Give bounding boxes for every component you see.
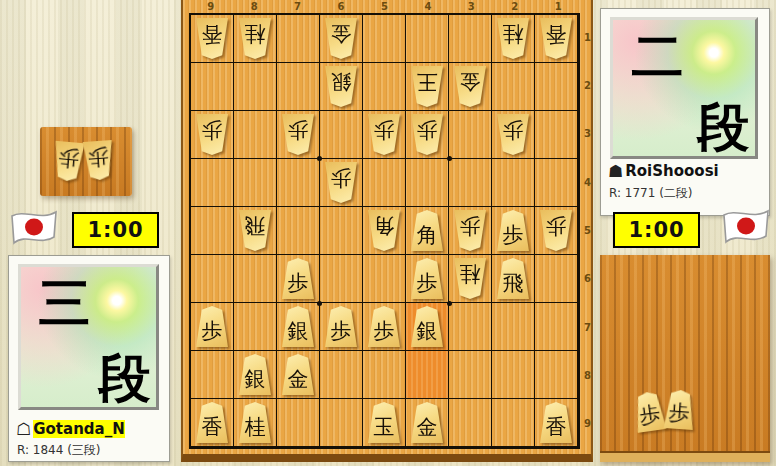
white-shogi-piece-icon: ☖ — [16, 419, 31, 439]
piece-sente-pawn[interactable]: 歩 — [410, 258, 444, 299]
piece-sente-pawn[interactable]: 歩 — [663, 389, 697, 430]
piece-gote-knight[interactable]: 桂 — [453, 258, 487, 299]
piece-sente-lance[interactable]: 香 — [539, 402, 573, 443]
piece-sente-gold[interactable]: 金 — [281, 354, 315, 395]
star-point — [447, 301, 452, 306]
square-4-1[interactable] — [406, 15, 449, 63]
square-6-7[interactable]: 歩 — [320, 303, 363, 351]
piece-gote-pawn[interactable]: 歩 — [82, 140, 116, 181]
square-6-3[interactable] — [320, 111, 363, 159]
square-2-8[interactable] — [492, 351, 535, 399]
square-2-2[interactable] — [492, 63, 535, 111]
square-8-6[interactable] — [234, 255, 277, 303]
square-2-1[interactable]: 桂 — [492, 15, 535, 63]
piece-sente-pawn[interactable]: 歩 — [496, 210, 530, 251]
square-4-7[interactable]: 銀 — [406, 303, 449, 351]
star-point — [317, 156, 322, 161]
piece-sente-gold[interactable]: 金 — [410, 402, 444, 443]
avatar-kanji: 段 — [697, 101, 749, 153]
square-1-7[interactable] — [535, 303, 578, 351]
square-3-3[interactable] — [449, 111, 492, 159]
square-4-8[interactable] — [406, 351, 449, 399]
top-player-clock: 1:00 — [613, 212, 700, 248]
board-grid: 香桂金桂香銀王金歩歩歩歩歩歩飛角角歩歩歩歩歩桂飛歩銀歩歩銀銀金香桂玉金香 — [189, 13, 580, 449]
square-6-2[interactable]: 銀 — [320, 63, 363, 111]
square-5-6[interactable] — [363, 255, 406, 303]
square-5-5[interactable]: 角 — [363, 207, 406, 255]
square-5-1[interactable] — [363, 15, 406, 63]
square-2-6[interactable]: 飛 — [492, 255, 535, 303]
piece-gote-pawn[interactable]: 歩 — [496, 114, 530, 155]
rank-label: 3 — [581, 110, 594, 158]
square-1-3[interactable] — [535, 111, 578, 159]
bottom-player-avatar: 三 段 — [18, 264, 159, 410]
square-8-8[interactable]: 銀 — [234, 351, 277, 399]
piece-gote-pawn[interactable]: 歩 — [367, 114, 401, 155]
square-3-6[interactable]: 桂 — [449, 255, 492, 303]
rank-label: 1 — [581, 13, 594, 61]
piece-sente-rook[interactable]: 飛 — [496, 258, 530, 299]
piece-sente-silver[interactable]: 銀 — [238, 354, 272, 395]
square-5-9[interactable]: 玉 — [363, 399, 406, 447]
rank-label: 6 — [581, 255, 594, 303]
piece-sente-knight[interactable]: 桂 — [238, 402, 272, 443]
piece-gote-knight[interactable]: 桂 — [496, 18, 530, 59]
square-4-3[interactable]: 歩 — [406, 111, 449, 159]
square-6-1[interactable]: 金 — [320, 15, 363, 63]
avatar-kanji: 段 — [99, 352, 151, 404]
square-3-8[interactable] — [449, 351, 492, 399]
piece-sente-silver[interactable]: 銀 — [281, 306, 315, 347]
rank-label: 9 — [581, 400, 594, 448]
file-label: 4 — [406, 0, 449, 13]
square-4-2[interactable]: 王 — [406, 63, 449, 111]
piece-sente-pawn[interactable]: 歩 — [367, 306, 401, 347]
square-9-6[interactable] — [191, 255, 234, 303]
square-6-4[interactable]: 歩 — [320, 159, 363, 207]
square-3-1[interactable] — [449, 15, 492, 63]
square-7-5[interactable] — [277, 207, 320, 255]
avatar-kanji: 三 — [39, 277, 91, 329]
piece-gote-bishop[interactable]: 角 — [367, 210, 401, 251]
piece-gote-rook[interactable]: 飛 — [238, 210, 272, 251]
rank-label: 5 — [581, 206, 594, 254]
square-4-6[interactable]: 歩 — [406, 255, 449, 303]
square-9-9[interactable]: 香 — [191, 399, 234, 447]
bottom-player-name: Gotanda_N — [33, 420, 125, 438]
file-label: 6 — [319, 0, 362, 13]
square-1-9[interactable]: 香 — [535, 399, 578, 447]
piece-gote-silver[interactable]: 銀 — [324, 66, 358, 107]
bottom-player-rating: R: 1844 (三段) — [17, 442, 101, 459]
square-2-7[interactable] — [492, 303, 535, 351]
file-labels: 987654321 — [189, 0, 580, 13]
square-2-5[interactable]: 歩 — [492, 207, 535, 255]
star-point — [317, 301, 322, 306]
piece-gote-pawn[interactable]: 歩 — [195, 114, 229, 155]
file-label: 9 — [189, 0, 232, 13]
square-6-9[interactable] — [320, 399, 363, 447]
square-9-7[interactable]: 歩 — [191, 303, 234, 351]
file-label: 2 — [493, 0, 536, 13]
top-player-name: RoiShooosi — [625, 162, 718, 180]
piece-gote-pawn[interactable]: 歩 — [324, 162, 358, 203]
top-player-card: 二 段 ☗ RoiShooosi R: 1771 (二段) — [600, 8, 770, 216]
square-9-3[interactable]: 歩 — [191, 111, 234, 159]
piece-sente-king[interactable]: 玉 — [367, 402, 401, 443]
piece-sente-bishop[interactable]: 角 — [410, 210, 444, 251]
square-5-3[interactable]: 歩 — [363, 111, 406, 159]
file-label: 8 — [232, 0, 275, 13]
square-8-9[interactable]: 桂 — [234, 399, 277, 447]
piece-gote-pawn[interactable]: 歩 — [539, 210, 573, 251]
square-9-4[interactable] — [191, 159, 234, 207]
square-7-4[interactable] — [277, 159, 320, 207]
piece-gote-pawn[interactable]: 歩 — [51, 141, 85, 183]
square-7-9[interactable] — [277, 399, 320, 447]
square-6-6[interactable] — [320, 255, 363, 303]
square-1-2[interactable] — [535, 63, 578, 111]
piece-gote-king[interactable]: 王 — [410, 66, 444, 107]
japan-flag-icon — [8, 207, 60, 251]
square-7-8[interactable]: 金 — [277, 351, 320, 399]
square-9-5[interactable] — [191, 207, 234, 255]
rank-label: 7 — [581, 303, 594, 351]
piece-gote-pawn[interactable]: 歩 — [281, 114, 315, 155]
square-9-1[interactable]: 香 — [191, 15, 234, 63]
piece-gote-gold[interactable]: 金 — [324, 18, 358, 59]
rank-label: 8 — [581, 351, 594, 399]
square-1-4[interactable] — [535, 159, 578, 207]
piece-sente-pawn[interactable]: 歩 — [324, 306, 358, 347]
piece-gote-lance[interactable]: 香 — [539, 18, 573, 59]
piece-gote-pawn[interactable]: 歩 — [410, 114, 444, 155]
rank-label: 2 — [581, 61, 594, 109]
square-1-6[interactable] — [535, 255, 578, 303]
square-6-8[interactable] — [320, 351, 363, 399]
rank-labels: 123456789 — [581, 13, 594, 448]
square-5-2[interactable] — [363, 63, 406, 111]
square-2-4[interactable] — [492, 159, 535, 207]
square-7-6[interactable]: 歩 — [277, 255, 320, 303]
square-4-4[interactable] — [406, 159, 449, 207]
bottom-player-clock: 1:00 — [72, 212, 159, 248]
piece-sente-pawn[interactable]: 歩 — [281, 258, 315, 299]
piece-gote-pawn[interactable]: 歩 — [453, 210, 487, 251]
bottom-player-nameline: ☖ Gotanda_N — [16, 419, 125, 439]
black-shogi-piece-icon: ☗ — [608, 161, 623, 181]
avatar-kanji: 二 — [631, 30, 683, 82]
square-7-2[interactable] — [277, 63, 320, 111]
square-8-4[interactable] — [234, 159, 277, 207]
square-9-2[interactable] — [191, 63, 234, 111]
shogi-board: 987654321 香桂金桂香銀王金歩歩歩歩歩歩飛角角歩歩歩歩歩桂飛歩銀歩歩銀銀… — [181, 0, 593, 462]
piece-sente-pawn[interactable]: 歩 — [195, 306, 229, 347]
square-5-7[interactable]: 歩 — [363, 303, 406, 351]
square-3-7[interactable] — [449, 303, 492, 351]
square-7-7[interactable]: 銀 — [277, 303, 320, 351]
square-8-1[interactable]: 桂 — [234, 15, 277, 63]
bottom-player-card: 三 段 ☖ Gotanda_N R: 1844 (三段) — [8, 255, 170, 462]
sente-hand-tray[interactable]: 歩歩 — [600, 255, 770, 462]
square-8-7[interactable] — [234, 303, 277, 351]
square-9-8[interactable] — [191, 351, 234, 399]
gote-hand-tray[interactable]: 歩歩 — [40, 127, 132, 196]
file-label: 5 — [363, 0, 406, 13]
square-2-3[interactable]: 歩 — [492, 111, 535, 159]
piece-sente-lance[interactable]: 香 — [195, 402, 229, 443]
square-8-2[interactable] — [234, 63, 277, 111]
square-1-8[interactable] — [535, 351, 578, 399]
square-8-5[interactable]: 飛 — [234, 207, 277, 255]
square-8-3[interactable] — [234, 111, 277, 159]
square-3-9[interactable] — [449, 399, 492, 447]
top-player-rating: R: 1771 (二段) — [609, 185, 693, 202]
file-label: 3 — [450, 0, 493, 13]
square-1-5[interactable]: 歩 — [535, 207, 578, 255]
square-6-5[interactable] — [320, 207, 363, 255]
piece-gote-lance[interactable]: 香 — [195, 18, 229, 59]
file-label: 7 — [276, 0, 319, 13]
piece-gote-gold[interactable]: 金 — [453, 66, 487, 107]
square-5-8[interactable] — [363, 351, 406, 399]
square-1-1[interactable]: 香 — [535, 15, 578, 63]
square-5-4[interactable] — [363, 159, 406, 207]
top-player-avatar: 二 段 — [610, 17, 758, 159]
square-7-3[interactable]: 歩 — [277, 111, 320, 159]
square-4-9[interactable]: 金 — [406, 399, 449, 447]
star-point — [447, 156, 452, 161]
square-2-9[interactable] — [492, 399, 535, 447]
square-3-5[interactable]: 歩 — [449, 207, 492, 255]
japan-flag-icon — [720, 206, 772, 250]
piece-gote-knight[interactable]: 桂 — [238, 18, 272, 59]
square-4-5[interactable]: 角 — [406, 207, 449, 255]
rank-label: 4 — [581, 158, 594, 206]
top-player-nameline: ☗ RoiShooosi — [608, 161, 719, 181]
square-3-2[interactable]: 金 — [449, 63, 492, 111]
piece-sente-silver[interactable]: 銀 — [410, 306, 444, 347]
square-7-1[interactable] — [277, 15, 320, 63]
file-label: 1 — [537, 0, 580, 13]
square-3-4[interactable] — [449, 159, 492, 207]
